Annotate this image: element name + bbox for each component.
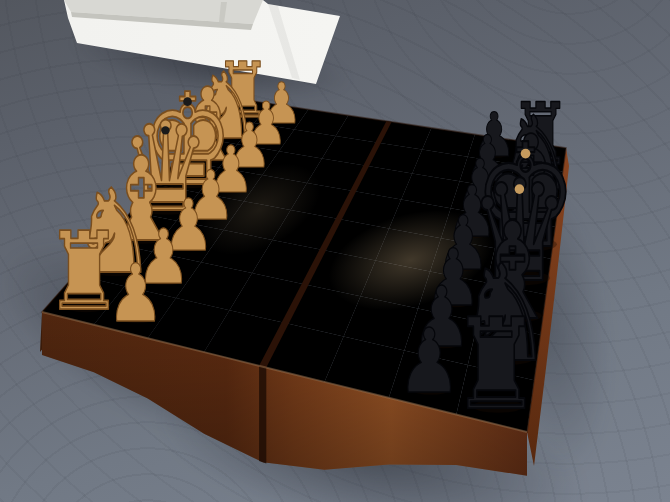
board-side-fold-gap (259, 366, 266, 464)
piece-white-pawn-a2: ♟ (107, 247, 164, 340)
piece-black-rook-a8: ♜ (451, 291, 541, 438)
finial-black-queen (515, 184, 525, 194)
scene: ♜♟♞♟♟♝♜♟♟♚♞♟♟♛♝♟♟♝♚♟♟♞♛♟♟♜♝♟♟♞♟♜ (0, 0, 670, 502)
chessboard: ♜♟♞♟♟♝♜♟♟♚♞♟♟♛♝♟♟♝♚♟♟♞♛♟♟♜♝♟♟♞♟♜ (0, 0, 670, 502)
